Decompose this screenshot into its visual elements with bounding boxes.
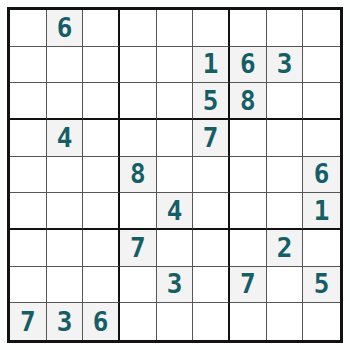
cell-r3c4[interactable]	[120, 83, 157, 120]
cell-r7c5[interactable]	[157, 230, 194, 267]
cell-r3c5[interactable]	[157, 83, 194, 120]
cell-r8c1[interactable]	[10, 267, 47, 304]
cell-r4c1[interactable]	[10, 120, 47, 157]
cell-r1c9[interactable]	[303, 10, 340, 47]
cell-r9c9[interactable]	[303, 303, 340, 340]
cell-r5c6[interactable]	[193, 157, 230, 194]
cell-r7c6[interactable]	[193, 230, 230, 267]
cell-r4c5[interactable]	[157, 120, 194, 157]
cell-r8c5: 3	[157, 267, 194, 304]
cell-r4c9[interactable]	[303, 120, 340, 157]
cell-r7c7[interactable]	[230, 230, 267, 267]
cell-r9c7[interactable]	[230, 303, 267, 340]
cell-r4c8[interactable]	[267, 120, 304, 157]
cell-r4c2: 4	[47, 120, 84, 157]
cell-r4c4[interactable]	[120, 120, 157, 157]
cell-r3c2[interactable]	[47, 83, 84, 120]
cell-r8c7: 7	[230, 267, 267, 304]
cell-r8c4[interactable]	[120, 267, 157, 304]
cell-r1c4[interactable]	[120, 10, 157, 47]
cell-r6c7[interactable]	[230, 193, 267, 230]
cell-r3c9[interactable]	[303, 83, 340, 120]
cell-r2c6: 1	[193, 47, 230, 84]
cell-r9c6[interactable]	[193, 303, 230, 340]
cell-r8c2[interactable]	[47, 267, 84, 304]
cell-r8c6[interactable]	[193, 267, 230, 304]
cell-r8c9: 5	[303, 267, 340, 304]
cell-r1c8[interactable]	[267, 10, 304, 47]
cell-r5c8[interactable]	[267, 157, 304, 194]
cell-r2c8: 3	[267, 47, 304, 84]
cell-r2c3[interactable]	[83, 47, 120, 84]
cell-r6c1[interactable]	[10, 193, 47, 230]
cell-r7c4: 7	[120, 230, 157, 267]
cell-r7c1[interactable]	[10, 230, 47, 267]
cell-r4c7[interactable]	[230, 120, 267, 157]
cell-r2c9[interactable]	[303, 47, 340, 84]
cell-r9c2: 3	[47, 303, 84, 340]
cell-r5c1[interactable]	[10, 157, 47, 194]
cell-r9c1: 7	[10, 303, 47, 340]
cell-r4c3[interactable]	[83, 120, 120, 157]
cell-r7c2[interactable]	[47, 230, 84, 267]
cell-r1c2: 6	[47, 10, 84, 47]
cell-r1c3[interactable]	[83, 10, 120, 47]
cell-r7c8: 2	[267, 230, 304, 267]
cell-r1c7[interactable]	[230, 10, 267, 47]
cell-r5c5[interactable]	[157, 157, 194, 194]
cell-r2c4[interactable]	[120, 47, 157, 84]
cell-r5c9: 6	[303, 157, 340, 194]
page: 61635847864172375736	[0, 0, 350, 350]
cell-r3c6: 5	[193, 83, 230, 120]
cell-r5c2[interactable]	[47, 157, 84, 194]
cell-r1c1[interactable]	[10, 10, 47, 47]
cell-r9c8[interactable]	[267, 303, 304, 340]
cell-r6c6[interactable]	[193, 193, 230, 230]
cell-r9c3: 6	[83, 303, 120, 340]
cell-r6c8[interactable]	[267, 193, 304, 230]
cell-r8c8[interactable]	[267, 267, 304, 304]
cell-r3c7: 8	[230, 83, 267, 120]
cell-r6c5: 4	[157, 193, 194, 230]
cell-r2c7: 6	[230, 47, 267, 84]
cell-r4c6: 7	[193, 120, 230, 157]
cell-r2c1[interactable]	[10, 47, 47, 84]
cell-r9c5[interactable]	[157, 303, 194, 340]
cell-r3c3[interactable]	[83, 83, 120, 120]
cell-r3c8[interactable]	[267, 83, 304, 120]
cell-r8c3[interactable]	[83, 267, 120, 304]
cell-r6c3[interactable]	[83, 193, 120, 230]
cell-r7c9[interactable]	[303, 230, 340, 267]
cell-r7c3[interactable]	[83, 230, 120, 267]
cell-r2c5[interactable]	[157, 47, 194, 84]
cell-r5c3[interactable]	[83, 157, 120, 194]
cell-r5c7[interactable]	[230, 157, 267, 194]
cell-r1c6[interactable]	[193, 10, 230, 47]
cell-r3c1[interactable]	[10, 83, 47, 120]
cell-r6c9: 1	[303, 193, 340, 230]
cell-r5c4: 8	[120, 157, 157, 194]
sudoku-board: 61635847864172375736	[7, 7, 343, 343]
cell-r1c5[interactable]	[157, 10, 194, 47]
cell-r2c2[interactable]	[47, 47, 84, 84]
cell-r6c4[interactable]	[120, 193, 157, 230]
cell-r9c4[interactable]	[120, 303, 157, 340]
cell-r6c2[interactable]	[47, 193, 84, 230]
